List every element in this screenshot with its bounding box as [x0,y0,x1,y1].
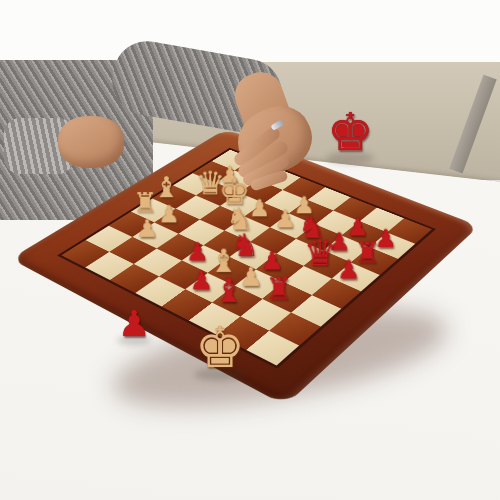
piece-white-P-b3[interactable]: ♟ [136,217,158,241]
square-b1[interactable] [85,252,133,280]
off-board-red-pawn[interactable]: ♟ [118,306,150,342]
piece-white-P-b4[interactable]: ♟ [158,203,180,227]
piece-white-P-e6[interactable]: ♟ [274,207,296,231]
scene: ♜♟♞♟♟♟♛♚♟♟♞♟♜♝♞♛♟♜♟♞♟♟♟♝♟♜♟♝ ♚ ♚ ♟ [0,0,500,500]
piece-red-R-g3[interactable]: ♜ [266,274,293,304]
piece-white-R-a4[interactable]: ♜ [133,189,157,215]
off-board-red-king[interactable]: ♚ [327,106,374,158]
piece-red-P-h5[interactable]: ♟ [337,257,360,283]
piece-red-P-e2[interactable]: ♟ [190,268,214,294]
square-f2[interactable]: ♝ [212,286,262,317]
wall-upper-white [0,0,500,62]
off-board-white-king[interactable]: ♚ [195,320,245,376]
piece-red-Q-g5[interactable]: ♛ [304,234,337,270]
piece-red-B-f2[interactable]: ♝ [214,274,244,307]
left-fist [58,116,124,168]
piece-red-P-d3[interactable]: ♟ [186,240,209,265]
piece-red-P-f4[interactable]: ♟ [261,248,284,273]
